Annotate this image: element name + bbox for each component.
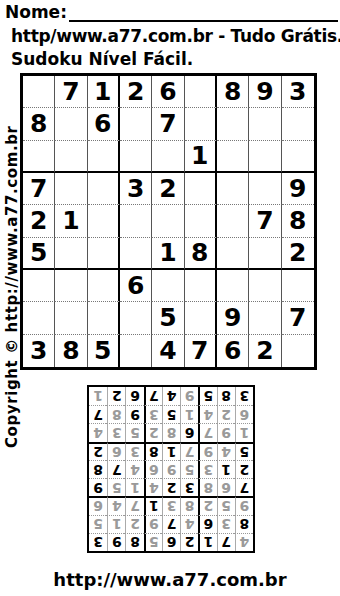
- puzzle-cell-r1c1[interactable]: [23, 76, 55, 108]
- solution-cell-r8c3: 4: [198, 405, 216, 423]
- solution-cell-r5c9: 8: [89, 460, 107, 478]
- solution-cell-r6c2: 4: [217, 442, 235, 460]
- puzzle-cell-r7c1[interactable]: [23, 270, 55, 302]
- solution-cell-r5c8: 7: [107, 460, 125, 478]
- solution-cell-r7c7: 5: [125, 423, 143, 441]
- solution-cell-r7c9: 4: [89, 423, 107, 441]
- name-underline[interactable]: [69, 2, 338, 22]
- solution-cell-r1c8: 9: [107, 533, 125, 551]
- solution-cell-r3c6: 1: [144, 496, 162, 514]
- solution-cell-r9c9: 1: [89, 387, 107, 405]
- puzzle-cell-r6c9: 2: [282, 238, 314, 270]
- solution-cell-r7c8: 3: [107, 423, 125, 441]
- solution-cell-r1c4: 2: [180, 533, 198, 551]
- puzzle-cell-r2c8[interactable]: [249, 108, 281, 140]
- puzzle-cell-r1c8: 9: [249, 76, 281, 108]
- puzzle-cell-r7c3[interactable]: [88, 270, 120, 302]
- puzzle-cell-r8c7: 9: [217, 302, 249, 334]
- site-header: http/www.a77.com.br - Tudo Grátis.: [11, 26, 340, 46]
- solution-cell-r1c3: 1: [198, 533, 216, 551]
- puzzle-cell-r5c8: 7: [249, 205, 281, 237]
- puzzle-cell-r7c8[interactable]: [249, 270, 281, 302]
- puzzle-cell-r3c5[interactable]: [152, 141, 184, 173]
- puzzle-cell-r4c7[interactable]: [217, 173, 249, 205]
- puzzle-cell-r7c7[interactable]: [217, 270, 249, 302]
- puzzle-cell-r6c6: 8: [185, 238, 217, 270]
- solution-cell-r9c2: 8: [217, 387, 235, 405]
- puzzle-cell-r5c2: 1: [55, 205, 87, 237]
- solution-cell-r9c8: 2: [107, 387, 125, 405]
- puzzle-cell-r6c7[interactable]: [217, 238, 249, 270]
- puzzle-cell-r4c2[interactable]: [55, 173, 87, 205]
- solution-cell-r8c5: 5: [162, 405, 180, 423]
- puzzle-cell-r4c4: 3: [120, 173, 152, 205]
- solution-cell-r6c6: 8: [144, 442, 162, 460]
- solution-cell-r7c2: 9: [217, 423, 235, 441]
- puzzle-cell-r9c4[interactable]: [120, 335, 152, 367]
- name-label: Nome:: [5, 2, 67, 22]
- solution-cell-r6c9: 2: [89, 442, 107, 460]
- puzzle-cell-r6c1: 5: [23, 238, 55, 270]
- solution-cell-r3c8: 4: [107, 496, 125, 514]
- solution-cell-r3c7: 7: [125, 496, 143, 514]
- solution-grid: 4712658938364792159528317467683241592135…: [87, 385, 255, 553]
- solution-cell-r9c5: 4: [162, 387, 180, 405]
- solution-cell-r2c4: 4: [180, 515, 198, 533]
- solution-cell-r2c8: 1: [107, 515, 125, 533]
- solution-cell-r1c7: 8: [125, 533, 143, 551]
- solution-cell-r6c1: 5: [235, 442, 253, 460]
- copyright-vertical: Copyright © http://www.a77.com.br: [3, 125, 21, 448]
- puzzle-cell-r1c2: 7: [55, 76, 87, 108]
- puzzle-cell-r8c1[interactable]: [23, 302, 55, 334]
- puzzle-cell-r2c5: 7: [152, 108, 184, 140]
- difficulty-label: Sudoku Nível Fácil.: [11, 49, 193, 69]
- solution-cell-r6c4: 7: [180, 442, 198, 460]
- solution-cell-r7c4: 6: [180, 423, 198, 441]
- solution-cell-r5c7: 4: [125, 460, 143, 478]
- solution-cell-r3c3: 2: [198, 496, 216, 514]
- solution-cell-r4c6: 4: [144, 478, 162, 496]
- solution-cell-r6c5: 1: [162, 442, 180, 460]
- solution-cell-r5c2: 1: [217, 460, 235, 478]
- footer-url: http://www.a77.com.br: [0, 569, 340, 590]
- solution-cell-r3c4: 8: [180, 496, 198, 514]
- solution-cell-r6c8: 6: [107, 442, 125, 460]
- solution-cell-r4c5: 2: [162, 478, 180, 496]
- puzzle-cell-r1c6[interactable]: [185, 76, 217, 108]
- solution-cell-r8c8: 8: [107, 405, 125, 423]
- puzzle-cell-r9c1: 3: [23, 335, 55, 367]
- name-row: Nome:: [5, 2, 338, 22]
- puzzle-cell-r5c5[interactable]: [152, 205, 184, 237]
- solution-cell-r2c5: 7: [162, 515, 180, 533]
- puzzle-cell-r1c3: 1: [88, 76, 120, 108]
- solution-cell-r8c1: 6: [235, 405, 253, 423]
- solution-cell-r1c1: 4: [235, 533, 253, 551]
- solution-cell-r9c4: 9: [180, 387, 198, 405]
- solution-cell-r4c4: 3: [180, 478, 198, 496]
- puzzle-cell-r8c8[interactable]: [249, 302, 281, 334]
- solution-cell-r8c2: 2: [217, 405, 235, 423]
- puzzle-cell-r5c4[interactable]: [120, 205, 152, 237]
- solution-cell-r4c7: 1: [125, 478, 143, 496]
- solution-cell-r8c6: 3: [144, 405, 162, 423]
- puzzle-cell-r3c4[interactable]: [120, 141, 152, 173]
- solution-cell-r9c3: 5: [198, 387, 216, 405]
- puzzle-cell-r4c8[interactable]: [249, 173, 281, 205]
- solution-cell-r8c7: 9: [125, 405, 143, 423]
- solution-cell-r2c1: 8: [235, 515, 253, 533]
- puzzle-cell-r7c9[interactable]: [282, 270, 314, 302]
- puzzle-cell-r8c9: 7: [282, 302, 314, 334]
- solution-cell-r3c1: 9: [235, 496, 253, 514]
- solution-cell-r5c4: 5: [180, 460, 198, 478]
- puzzle-cell-r4c1: 7: [23, 173, 55, 205]
- puzzle-cell-r3c7[interactable]: [217, 141, 249, 173]
- puzzle-cell-r2c3: 6: [88, 108, 120, 140]
- solution-cell-r9c6: 7: [144, 387, 162, 405]
- puzzle-cell-r4c6[interactable]: [185, 173, 217, 205]
- solution-cell-r2c3: 6: [198, 515, 216, 533]
- puzzle-cell-r3c1[interactable]: [23, 141, 55, 173]
- puzzle-cell-r6c4[interactable]: [120, 238, 152, 270]
- solution-cell-r7c6: 2: [144, 423, 162, 441]
- solution-cell-r9c1: 3: [235, 387, 253, 405]
- puzzle-cell-r9c7: 6: [217, 335, 249, 367]
- solution-cell-r2c7: 2: [125, 515, 143, 533]
- solution-cell-r3c9: 6: [89, 496, 107, 514]
- puzzle-cell-r2c2[interactable]: [55, 108, 87, 140]
- solution-cell-r5c6: 6: [144, 460, 162, 478]
- solution-cell-r3c5: 3: [162, 496, 180, 514]
- puzzle-cell-r7c4: 6: [120, 270, 152, 302]
- puzzle-cell-r2c7[interactable]: [217, 108, 249, 140]
- puzzle-cell-r1c9: 3: [282, 76, 314, 108]
- puzzle-cell-r4c3[interactable]: [88, 173, 120, 205]
- solution-cell-r1c6: 5: [144, 533, 162, 551]
- solution-cell-r1c2: 7: [217, 533, 235, 551]
- puzzle-cell-r3c8[interactable]: [249, 141, 281, 173]
- solution-cell-r7c3: 7: [198, 423, 216, 441]
- puzzle-cell-r8c2[interactable]: [55, 302, 87, 334]
- puzzle-cell-r5c3[interactable]: [88, 205, 120, 237]
- puzzle-cell-r1c4: 2: [120, 76, 152, 108]
- puzzle-cell-r3c6: 1: [185, 141, 217, 173]
- solution-cell-r2c6: 9: [144, 515, 162, 533]
- puzzle-cell-r6c8[interactable]: [249, 238, 281, 270]
- puzzle-cell-r6c5: 1: [152, 238, 184, 270]
- puzzle-cell-r9c5: 4: [152, 335, 184, 367]
- solution-cell-r1c5: 6: [162, 533, 180, 551]
- solution-cell-r4c1: 7: [235, 478, 253, 496]
- puzzle-cell-r7c2[interactable]: [55, 270, 87, 302]
- solution-cell-r5c5: 9: [162, 460, 180, 478]
- puzzle-cell-r5c6[interactable]: [185, 205, 217, 237]
- solution-cell-r5c3: 3: [198, 460, 216, 478]
- puzzle-cell-r1c5: 6: [152, 76, 184, 108]
- puzzle-cell-r8c6[interactable]: [185, 302, 217, 334]
- puzzle-cell-r8c5: 5: [152, 302, 184, 334]
- solution-cell-r7c1: 1: [235, 423, 253, 441]
- puzzle-cell-r2c1: 8: [23, 108, 55, 140]
- puzzle-cell-r9c8: 2: [249, 335, 281, 367]
- puzzle-cell-r9c6: 7: [185, 335, 217, 367]
- solution-cell-r7c5: 8: [162, 423, 180, 441]
- solution-cell-r4c8: 5: [107, 478, 125, 496]
- puzzle-cell-r1c7: 8: [217, 76, 249, 108]
- puzzle-cell-r5c1: 2: [23, 205, 55, 237]
- puzzle-cell-r2c4[interactable]: [120, 108, 152, 140]
- puzzle-cell-r8c3[interactable]: [88, 302, 120, 334]
- puzzle-cell-r6c3[interactable]: [88, 238, 120, 270]
- puzzle-cell-r2c6[interactable]: [185, 108, 217, 140]
- solution-cell-r2c9: 5: [89, 515, 107, 533]
- puzzle-cell-r6c2[interactable]: [55, 238, 87, 270]
- puzzle-cell-r5c9: 8: [282, 205, 314, 237]
- puzzle-cell-r9c3: 5: [88, 335, 120, 367]
- solution-cell-r2c2: 3: [217, 515, 235, 533]
- puzzle-cell-r4c5: 2: [152, 173, 184, 205]
- solution-cell-r6c7: 3: [125, 442, 143, 460]
- solution-cell-r6c3: 9: [198, 442, 216, 460]
- solution-cell-r3c2: 5: [217, 496, 235, 514]
- solution-cell-r4c3: 8: [198, 478, 216, 496]
- solution-cell-r9c7: 6: [125, 387, 143, 405]
- puzzle-cell-r9c2: 8: [55, 335, 87, 367]
- puzzle-grid: 7126893867173292178518265973854762: [20, 73, 317, 370]
- puzzle-cell-r8c4[interactable]: [120, 302, 152, 334]
- puzzle-cell-r7c5[interactable]: [152, 270, 184, 302]
- solution-cell-r8c4: 1: [180, 405, 198, 423]
- solution-cell-r1c9: 3: [89, 533, 107, 551]
- solution-cell-r4c9: 9: [89, 478, 107, 496]
- solution-cell-r4c2: 6: [217, 478, 235, 496]
- puzzle-cell-r4c9: 9: [282, 173, 314, 205]
- puzzle-cell-r9c9[interactable]: [282, 335, 314, 367]
- puzzle-cell-r3c3[interactable]: [88, 141, 120, 173]
- puzzle-cell-r3c2[interactable]: [55, 141, 87, 173]
- solution-cell-r5c1: 2: [235, 460, 253, 478]
- puzzle-cell-r2c9[interactable]: [282, 108, 314, 140]
- puzzle-cell-r5c7[interactable]: [217, 205, 249, 237]
- solution-cell-r8c9: 7: [89, 405, 107, 423]
- puzzle-cell-r3c9[interactable]: [282, 141, 314, 173]
- puzzle-cell-r7c6[interactable]: [185, 270, 217, 302]
